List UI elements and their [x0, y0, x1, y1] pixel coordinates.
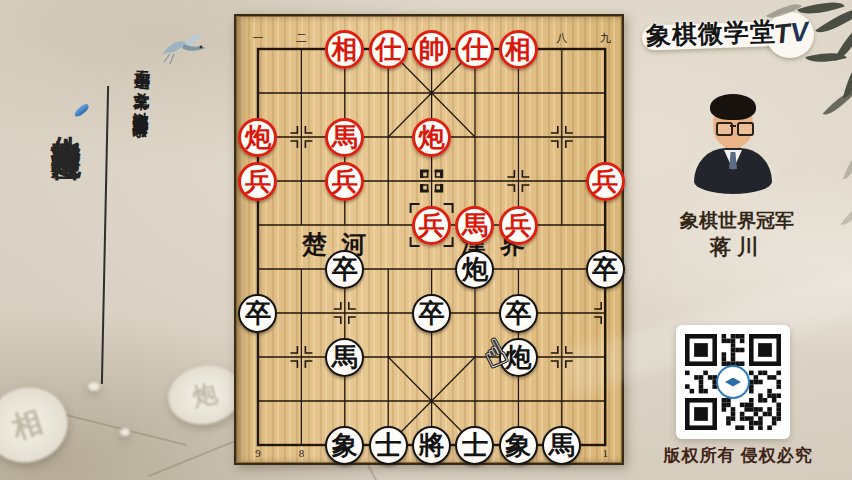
copyright-notice: 版权所有 侵权必究	[648, 444, 828, 467]
piece-red-炮[interactable]: 炮	[238, 118, 277, 157]
piece-black-象[interactable]: 象	[325, 426, 364, 465]
piece-black-卒[interactable]: 卒	[412, 294, 451, 333]
xiangqi-board[interactable]: 一二三四五六七八九 987654321 楚河 漢界 相仕帥仕相炮馬炮兵兵兵兵馬兵…	[234, 14, 624, 465]
piece-black-卒[interactable]: 卒	[238, 294, 277, 333]
piece-red-兵[interactable]: 兵	[586, 162, 625, 201]
move-commentary: 车二进四：兑窝车，过宫炮子力开展游刃有余	[118, 58, 152, 411]
piece-black-卒[interactable]: 卒	[325, 250, 364, 289]
piece-red-兵[interactable]: 兵	[238, 162, 277, 201]
piece-red-炮[interactable]: 炮	[412, 118, 451, 157]
piece-red-兵[interactable]: 兵	[412, 206, 451, 245]
champion-name: 蒋川	[662, 233, 812, 261]
champion-title: 象棋世界冠军	[662, 208, 812, 234]
crane-illustration-icon	[156, 28, 208, 72]
piece-red-相[interactable]: 相	[325, 30, 364, 69]
qr-center-logo	[716, 365, 750, 399]
piece-black-炮[interactable]: 炮	[455, 250, 494, 289]
page-title: 仙人指路对过宫炮	[45, 112, 86, 382]
piece-black-馬[interactable]: 馬	[542, 426, 581, 465]
qr-code	[676, 325, 790, 439]
piece-red-相[interactable]: 相	[499, 30, 538, 69]
graduation-cap-icon	[725, 378, 741, 387]
bamboo-leaf-icon	[841, 200, 852, 230]
background-xiangqi-piece: 相	[0, 377, 77, 473]
pieces-layer: 相仕帥仕相炮馬炮兵兵兵兵馬兵卒炮卒卒卒卒馬炮象士將士象馬	[236, 27, 627, 467]
piece-black-象[interactable]: 象	[499, 426, 538, 465]
piece-black-卒[interactable]: 卒	[499, 294, 538, 333]
video-frame: 相 炮 仕 仙人指路对过宫炮 车二进四：兑窝车，过宫炮子力开展游刃有余 一二三四…	[0, 0, 852, 480]
title-divider	[101, 86, 109, 384]
piece-red-仕[interactable]: 仕	[455, 30, 494, 69]
piece-red-帥[interactable]: 帥	[412, 30, 451, 69]
piece-red-馬[interactable]: 馬	[325, 118, 364, 157]
channel-name: 象棋微学堂	[645, 15, 776, 53]
piece-black-將[interactable]: 將	[412, 426, 451, 465]
tv-label: TV	[772, 16, 810, 50]
piece-black-馬[interactable]: 馬	[325, 338, 364, 377]
bamboo-leaf-icon	[843, 147, 852, 182]
piece-red-馬[interactable]: 馬	[455, 206, 494, 245]
piece-red-仕[interactable]: 仕	[369, 30, 408, 69]
piece-black-士[interactable]: 士	[455, 426, 494, 465]
champion-portrait-photo	[686, 92, 780, 200]
channel-logo: 象棋微学堂 TV	[638, 10, 838, 62]
piece-black-士[interactable]: 士	[369, 426, 408, 465]
background-pebble	[120, 428, 130, 436]
background-pebble	[88, 382, 100, 391]
piece-red-兵[interactable]: 兵	[499, 206, 538, 245]
piece-black-卒[interactable]: 卒	[586, 250, 625, 289]
piece-red-兵[interactable]: 兵	[325, 162, 364, 201]
hair	[710, 94, 756, 120]
